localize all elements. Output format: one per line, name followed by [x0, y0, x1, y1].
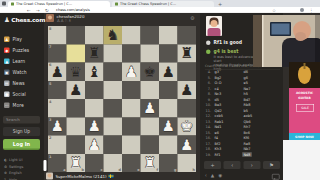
move-number: 15. — [203, 130, 213, 134]
white-move[interactable]: Nd1 — [213, 124, 223, 129]
square-f5[interactable] — [141, 81, 160, 99]
square-e6[interactable]: ♟ — [122, 63, 141, 81]
log-in-button[interactable]: Log In — [3, 139, 40, 150]
move-number: 7. — [203, 86, 213, 90]
upload-icon[interactable]: ▲ — [211, 173, 214, 178]
sidebar-item-label: Play — [13, 37, 22, 42]
sidebar-item-label: News — [13, 81, 25, 86]
search-input[interactable]: Search — [3, 116, 40, 124]
app-window: The Great Chess Speedrun | C… The Great … — [0, 0, 320, 180]
white-rook[interactable]: ♜ — [67, 154, 86, 172]
move-row: 10.Be3Rb8 — [203, 102, 280, 108]
square-b5[interactable]: ♟ — [67, 81, 86, 99]
file-label: a — [63, 168, 65, 172]
square-h3[interactable]: ♚ — [178, 117, 197, 135]
square-g4[interactable] — [159, 99, 178, 117]
black-move[interactable]: Bd7 — [242, 97, 252, 102]
square-c2[interactable]: ♟ — [85, 136, 104, 154]
move-row: 5.Bg2g6 — [203, 75, 280, 81]
white-pawn[interactable]: ♟ — [122, 63, 141, 81]
square-d3[interactable] — [104, 117, 123, 135]
webcam-door — [253, 15, 262, 67]
black-knight[interactable]: ♞ — [104, 26, 123, 44]
white-to-move-indicator — [44, 160, 47, 171]
square-d2[interactable] — [104, 136, 123, 154]
move-row: 12.cxb5axb5 — [203, 113, 280, 119]
square-h6[interactable] — [178, 63, 197, 81]
url-text[interactable]: chess.com/analysis — [56, 8, 90, 12]
square-f3[interactable] — [141, 117, 160, 135]
move-row: 19.Rf1Nd8 — [203, 152, 280, 158]
rank-label: 7 — [49, 45, 51, 49]
square-d8[interactable]: ♞ — [104, 26, 123, 44]
black-queen[interactable]: ♛ — [67, 63, 86, 81]
square-a4[interactable]: 4 — [48, 99, 67, 117]
add-move-button[interactable]: + — [204, 161, 221, 169]
square-c5[interactable] — [85, 81, 104, 99]
webcam-overlay — [253, 15, 320, 67]
tab-title: The Great Chess Speedrun | C… — [120, 2, 176, 6]
square-f4[interactable]: ♟ — [141, 99, 160, 117]
white-pawn[interactable]: ♟ — [48, 117, 67, 135]
square-h5[interactable]: ♟ — [178, 81, 197, 99]
sidebar-item-label: Social — [13, 92, 26, 97]
ad-cta-button[interactable]: SHOP NOW — [289, 133, 320, 140]
sidebar-item-puzzles[interactable]: ◆Puzzles — [4, 45, 42, 55]
white-move[interactable]: Bf2 — [213, 141, 222, 146]
rank-label: 1 — [49, 155, 51, 159]
white-pawn[interactable]: ♟ — [141, 99, 160, 117]
back-icon[interactable]: ← — [27, 8, 31, 13]
black-move[interactable]: Ne7 — [242, 86, 252, 91]
play-icon: ♟ — [4, 36, 10, 42]
black-move[interactable]: h5 — [242, 91, 249, 96]
square-c4[interactable] — [85, 99, 104, 117]
sidebar-footer-english[interactable]: ⊕English — [4, 170, 22, 176]
square-c8[interactable] — [85, 26, 104, 44]
site-favicon — [11, 3, 14, 6]
move-row: 9.d5Bd7 — [203, 97, 280, 103]
rank-label: 8 — [49, 27, 51, 31]
top-player-bar: chessfan2020 ♙ ♙ ♘ ♗ — [46, 14, 196, 23]
captured-pieces: ♙ ♙ ♘ ♗ — [57, 19, 85, 24]
next-move-button[interactable]: › — [243, 161, 260, 169]
white-move[interactable]: Nc3 — [213, 91, 223, 96]
white-king[interactable]: ♚ — [178, 117, 197, 135]
logo-text: Chess.com — [11, 16, 45, 23]
move-number: 14. — [203, 125, 213, 129]
browser-menu-icon[interactable]: ⋮ — [309, 8, 314, 13]
black-move[interactable]: Nd8 — [242, 152, 252, 157]
square-c1[interactable]: c — [85, 154, 104, 172]
square-b4[interactable] — [67, 99, 86, 117]
square-a1[interactable]: 1a — [48, 154, 67, 172]
social-icon: ● — [4, 91, 10, 97]
sidebar-item-label: More — [13, 103, 24, 108]
white-move[interactable]: Kh3 — [213, 146, 223, 151]
black-move[interactable]: Rb8 — [242, 102, 252, 107]
file-label: g — [174, 168, 177, 172]
move-row: 4.g3d6 — [203, 69, 280, 75]
white-move[interactable]: O-O — [213, 80, 223, 85]
guitar-image — [298, 66, 311, 84]
reload-icon[interactable]: ↻ — [45, 8, 49, 13]
move-row: 13.Rab1Qb6 — [203, 119, 280, 125]
share-icon[interactable]: ‹ — [205, 173, 207, 178]
white-move[interactable]: Rab1 — [213, 119, 225, 124]
board-settings-gear-icon[interactable]: ⚙ — [190, 15, 194, 21]
ad-line-1: ACOUSTIC — [289, 91, 320, 95]
square-h8[interactable] — [178, 26, 197, 44]
move-number: 13. — [203, 119, 213, 123]
top-player-avatar[interactable] — [46, 14, 54, 22]
black-move[interactable]: Bc6 — [242, 130, 252, 135]
sidebar-item-learn[interactable]: ▲Learn — [4, 56, 42, 66]
rank-label: 2 — [49, 137, 51, 141]
sidebar-footer-light-ui[interactable]: ◐Light UI — [4, 157, 22, 163]
square-e3[interactable] — [122, 117, 141, 135]
white-pawn[interactable]: ♟ — [178, 136, 197, 154]
move-number: 5. — [203, 75, 213, 79]
square-g2[interactable] — [159, 136, 178, 154]
square-b6[interactable]: ♛ — [67, 63, 86, 81]
black-pawn[interactable]: ♟ — [178, 81, 197, 99]
move-number: 9. — [203, 97, 213, 101]
black-move[interactable]: g6 — [242, 75, 249, 80]
white-move[interactable]: g3 — [213, 69, 220, 74]
file-label: d — [118, 168, 121, 172]
move-number: 10. — [203, 103, 213, 107]
move-number: 8. — [203, 92, 213, 96]
new-tab-button[interactable]: + — [218, 1, 222, 7]
tab-search-icon[interactable] — [2, 2, 6, 6]
black-move[interactable]: Qb6 — [242, 119, 252, 124]
sidebar: ♟ Chess.com ♟Play◆Puzzles▲Learn▣Watch▤Ne… — [0, 13, 44, 180]
square-f1[interactable]: f♜ — [141, 154, 160, 172]
black-move[interactable]: Rh7 — [242, 124, 252, 129]
move-number: 6. — [203, 81, 213, 85]
rank-label: 5 — [49, 82, 51, 86]
square-e2[interactable] — [122, 136, 141, 154]
page-white-corner — [283, 140, 320, 180]
square-h1[interactable]: h — [178, 154, 197, 172]
bottom-player-bar: SuperMickeMalmo (2141) — [46, 173, 196, 180]
square-c3[interactable]: ♟ — [85, 117, 104, 135]
chesscom-logo[interactable]: ♟ Chess.com — [4, 16, 45, 24]
move-number: 12. — [203, 114, 213, 118]
square-g5[interactable] — [159, 81, 178, 99]
webcam-wall-frame — [270, 22, 291, 36]
square-b3[interactable] — [67, 117, 86, 135]
square-d4[interactable] — [104, 99, 123, 117]
move-number: 16. — [203, 136, 213, 140]
coach-comment-text: g4 is best — [214, 49, 239, 54]
square-a7[interactable]: 7 — [48, 44, 67, 62]
ad-line-2: GUITAR — [289, 96, 320, 100]
sidebar-item-news[interactable]: ▤News — [4, 78, 42, 88]
square-g8[interactable] — [159, 26, 178, 44]
move-nav-bar: + ‹ › ⚑ — [204, 161, 280, 169]
move-row: 11.Qd2b5 — [203, 108, 280, 114]
browser-profile-avatar[interactable] — [300, 8, 304, 12]
learn-icon: ▲ — [4, 58, 10, 64]
bottom-player-name[interactable]: SuperMickeMalmo (2141) — [56, 174, 107, 179]
white-rook[interactable]: ♜ — [141, 154, 160, 172]
forward-icon[interactable]: → — [36, 8, 40, 13]
move-quality-icon — [206, 40, 211, 45]
square-b1[interactable]: b♜ — [67, 154, 86, 172]
white-move[interactable]: Rf1 — [213, 152, 222, 157]
white-move[interactable]: f4 — [213, 135, 219, 140]
move-row: 14.Nd1Rh7 — [203, 124, 280, 130]
square-f8[interactable] — [141, 26, 160, 44]
square-h4[interactable] — [178, 99, 197, 117]
coach-comment-1: Rf1 is good — [206, 40, 242, 45]
white-move[interactable]: d5 — [213, 97, 220, 102]
browser-tab-strip: The Great Chess Speedrun | C… The Great … — [0, 0, 320, 7]
square-c7[interactable]: ♜ — [85, 44, 104, 62]
black-move[interactable]: Kf6 — [242, 135, 251, 140]
white-move[interactable]: Bg2 — [213, 75, 223, 80]
sidebar-item-label: Watch — [13, 70, 27, 75]
square-h7[interactable]: ♜ — [178, 44, 197, 62]
square-e5[interactable] — [122, 81, 141, 99]
square-a6[interactable]: 6♟ — [48, 63, 67, 81]
square-b8[interactable] — [67, 26, 86, 44]
move-row: 16.f4Kf6 — [203, 135, 280, 141]
sidebar-item-label: Learn — [13, 59, 26, 64]
square-c6[interactable]: ♝ — [85, 63, 104, 81]
sweden-flag-icon — [109, 174, 114, 178]
coach-comment-2: g4 is best — [206, 49, 238, 54]
more-icon: ⋯ — [4, 102, 10, 108]
square-e8[interactable] — [122, 26, 141, 44]
watch-icon: ▣ — [4, 69, 10, 75]
square-a8[interactable]: 8 — [48, 26, 67, 44]
black-move[interactable]: d6 — [242, 69, 249, 74]
square-e7[interactable] — [122, 44, 141, 62]
panel-footer-icons: ‹ ▲ ◉ — [205, 173, 222, 178]
best-move-icon — [206, 49, 211, 54]
move-row: 7.c4Ne7 — [203, 86, 280, 92]
sidebar-footer-help[interactable]: ?Help — [4, 177, 17, 181]
square-f7[interactable] — [141, 44, 160, 62]
coach-comment-text: Rf1 is good — [214, 40, 243, 45]
move-list[interactable]: 4.g3d65.Bg2g66.O-Oe57.c4Ne78.Nc3h59.d5Bd… — [203, 69, 280, 157]
black-move[interactable]: Nb7 — [242, 146, 252, 151]
ad-banner[interactable]: ACOUSTIC GUITAR SALE SHOP NOW — [289, 62, 320, 140]
prev-move-button[interactable]: ‹ — [224, 161, 241, 169]
move-row: 15.e6Bc6 — [203, 130, 280, 136]
white-move[interactable]: Qd2 — [213, 108, 223, 113]
file-label: c — [100, 168, 102, 172]
move-row: 18.Kh3Nb7 — [203, 146, 280, 152]
square-e4[interactable] — [122, 99, 141, 117]
black-king[interactable]: ♚ — [141, 63, 160, 81]
site-favicon — [115, 3, 118, 6]
square-g6[interactable]: ♟ — [159, 63, 178, 81]
square-g1[interactable]: g — [159, 154, 178, 172]
white-pawn[interactable]: ♟ — [85, 136, 104, 154]
square-a5[interactable]: 5 — [48, 81, 67, 99]
black-move[interactable]: e5 — [242, 80, 249, 85]
file-label: e — [137, 168, 139, 172]
white-pawn[interactable]: ♟ — [85, 117, 104, 135]
sidebar-footer-settings[interactable]: ⚙Settings — [4, 164, 23, 170]
ad-box: SALE — [296, 104, 314, 112]
square-d6[interactable] — [104, 63, 123, 81]
news-icon: ▤ — [4, 80, 10, 86]
tab-title: The Great Chess Speedrun | C… — [16, 2, 72, 6]
black-rook[interactable]: ♜ — [178, 44, 197, 62]
bottom-player-avatar[interactable] — [46, 173, 53, 180]
square-d1[interactable]: d — [104, 154, 123, 172]
square-h2[interactable]: ♟ — [178, 136, 197, 154]
file-label: h — [193, 168, 195, 172]
board[interactable]: 8♞7♜♜6♟♛♝♟♚♟5♟♟4♟3♟♟♟♚2♟♟1ab♜cdef♜gh — [48, 26, 196, 172]
square-g3[interactable]: ♟ — [159, 117, 178, 135]
square-b2[interactable] — [67, 136, 86, 154]
move-number: 18. — [203, 147, 213, 151]
black-pawn[interactable]: ♟ — [159, 63, 178, 81]
record-icon[interactable]: ◉ — [218, 173, 222, 178]
sign-up-button[interactable]: Sign Up — [3, 127, 40, 136]
move-row: 17.Bf2Ra8 — [203, 141, 280, 147]
coach-avatar — [206, 16, 222, 36]
black-pawn[interactable]: ♟ — [48, 63, 67, 81]
flag-button[interactable]: ⚑ — [263, 161, 280, 169]
black-move[interactable]: axb5 — [242, 113, 254, 118]
black-move[interactable]: b5 — [242, 108, 249, 113]
square-b7[interactable] — [67, 44, 86, 62]
move-row: 6.O-Oe5 — [203, 80, 280, 86]
square-a3[interactable]: 3♟ — [48, 117, 67, 135]
square-e1[interactable]: e — [122, 154, 141, 172]
puzzles-icon: ◆ — [4, 47, 10, 53]
chat-bubble-icon[interactable] — [272, 174, 280, 180]
square-f2[interactable] — [141, 136, 160, 154]
search-placeholder: Search — [6, 118, 20, 123]
square-d7[interactable] — [104, 44, 123, 62]
move-number: 11. — [203, 108, 213, 112]
white-pawn[interactable]: ♟ — [159, 117, 178, 135]
square-f6[interactable]: ♚ — [141, 63, 160, 81]
black-bishop[interactable]: ♝ — [85, 63, 104, 81]
black-pawn[interactable]: ♟ — [67, 81, 86, 99]
move-number: 4. — [203, 70, 213, 74]
square-g7[interactable] — [159, 44, 178, 62]
logo-pawn-icon: ♟ — [4, 16, 10, 24]
white-move[interactable]: c4 — [213, 86, 220, 91]
rank-label: 4 — [49, 100, 51, 104]
move-number: 19. — [203, 152, 213, 156]
sidebar-item-play[interactable]: ♟Play — [4, 34, 42, 44]
move-row: 8.Nc3h5 — [203, 91, 280, 97]
black-move[interactable]: Ra8 — [242, 141, 252, 146]
black-rook[interactable]: ♜ — [85, 44, 104, 62]
sidebar-item-more[interactable]: ⋯More — [4, 100, 42, 110]
square-a2[interactable]: 2 — [48, 136, 67, 154]
white-move[interactable]: Be3 — [213, 102, 223, 107]
move-number: 17. — [203, 141, 213, 145]
white-move[interactable]: e6 — [213, 130, 220, 135]
sidebar-item-watch[interactable]: ▣Watch — [4, 67, 42, 77]
streamer-hand — [295, 32, 306, 41]
white-move[interactable]: cxb5 — [213, 113, 224, 118]
sidebar-item-social[interactable]: ●Social — [4, 89, 42, 99]
bookmark-star-icon[interactable]: ☆ — [272, 8, 276, 13]
sidebar-item-label: Puzzles — [13, 48, 30, 53]
square-d5[interactable] — [104, 81, 123, 99]
